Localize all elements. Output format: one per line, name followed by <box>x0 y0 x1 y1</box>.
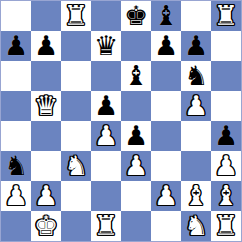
white-pawn: ♟ <box>34 181 58 211</box>
square-h8[interactable]: ♜ <box>211 1 241 31</box>
square-g3[interactable] <box>181 151 211 181</box>
square-a7[interactable]: ♟ <box>1 31 31 61</box>
square-a3[interactable]: ♞ <box>1 151 31 181</box>
square-c7[interactable] <box>61 31 91 61</box>
square-a6[interactable] <box>1 61 31 91</box>
square-f5[interactable] <box>151 91 181 121</box>
black-pawn: ♟ <box>184 31 208 61</box>
square-c5[interactable] <box>61 91 91 121</box>
white-queen: ♛ <box>34 91 58 121</box>
white-pawn: ♟ <box>124 151 148 181</box>
square-e8[interactable]: ♚ <box>121 1 151 31</box>
white-knight: ♞ <box>184 211 208 241</box>
square-f1[interactable] <box>151 211 181 241</box>
chess-board-frame: ♜♚♝♜♟♟♛♟♟♝♞♛♟♟♟♟♟♞♞♟♟♟♟♟♝♝♚♜♞♜ <box>0 0 242 242</box>
square-f2[interactable]: ♟ <box>151 181 181 211</box>
square-b1[interactable]: ♚ <box>31 211 61 241</box>
black-pawn: ♟ <box>154 31 178 61</box>
square-e7[interactable] <box>121 31 151 61</box>
white-rook: ♜ <box>214 1 238 31</box>
square-d6[interactable] <box>91 61 121 91</box>
white-rook: ♜ <box>94 211 118 241</box>
black-king: ♚ <box>124 1 148 31</box>
square-h5[interactable] <box>211 91 241 121</box>
square-a2[interactable]: ♟ <box>1 181 31 211</box>
square-d7[interactable]: ♛ <box>91 31 121 61</box>
white-rook: ♜ <box>64 1 88 31</box>
white-pawn: ♟ <box>94 121 118 151</box>
square-c2[interactable] <box>61 181 91 211</box>
square-g2[interactable]: ♝ <box>181 181 211 211</box>
white-pawn: ♟ <box>214 151 238 181</box>
white-king: ♚ <box>34 211 58 241</box>
square-e6[interactable]: ♝ <box>121 61 151 91</box>
square-e5[interactable] <box>121 91 151 121</box>
square-e2[interactable] <box>121 181 151 211</box>
black-pawn: ♟ <box>4 31 28 61</box>
square-f6[interactable] <box>151 61 181 91</box>
square-a4[interactable] <box>1 121 31 151</box>
square-c1[interactable] <box>61 211 91 241</box>
square-b4[interactable] <box>31 121 61 151</box>
chess-board: ♜♚♝♜♟♟♛♟♟♝♞♛♟♟♟♟♟♞♞♟♟♟♟♟♝♝♚♜♞♜ <box>1 1 241 241</box>
square-e4[interactable]: ♟ <box>121 121 151 151</box>
black-pawn: ♟ <box>214 121 238 151</box>
square-b3[interactable] <box>31 151 61 181</box>
square-a8[interactable] <box>1 1 31 31</box>
square-h1[interactable]: ♜ <box>211 211 241 241</box>
white-rook: ♜ <box>214 211 238 241</box>
square-h7[interactable] <box>211 31 241 61</box>
square-f7[interactable]: ♟ <box>151 31 181 61</box>
black-pawn: ♟ <box>34 31 58 61</box>
square-b8[interactable] <box>31 1 61 31</box>
white-bishop: ♝ <box>214 181 238 211</box>
black-pawn: ♟ <box>94 91 118 121</box>
white-pawn: ♟ <box>154 181 178 211</box>
square-c6[interactable] <box>61 61 91 91</box>
square-f8[interactable]: ♝ <box>151 1 181 31</box>
square-d3[interactable] <box>91 151 121 181</box>
square-c4[interactable] <box>61 121 91 151</box>
square-g5[interactable]: ♟ <box>181 91 211 121</box>
black-pawn: ♟ <box>124 121 148 151</box>
white-knight: ♞ <box>64 151 88 181</box>
square-h6[interactable] <box>211 61 241 91</box>
square-h4[interactable]: ♟ <box>211 121 241 151</box>
white-pawn: ♟ <box>4 181 28 211</box>
white-pawn: ♟ <box>184 91 208 121</box>
square-g7[interactable]: ♟ <box>181 31 211 61</box>
square-g6[interactable]: ♞ <box>181 61 211 91</box>
square-h2[interactable]: ♝ <box>211 181 241 211</box>
square-b2[interactable]: ♟ <box>31 181 61 211</box>
black-bishop: ♝ <box>154 1 178 31</box>
square-b6[interactable] <box>31 61 61 91</box>
square-a5[interactable] <box>1 91 31 121</box>
square-f4[interactable] <box>151 121 181 151</box>
square-b5[interactable]: ♛ <box>31 91 61 121</box>
square-e3[interactable]: ♟ <box>121 151 151 181</box>
square-d4[interactable]: ♟ <box>91 121 121 151</box>
square-f3[interactable] <box>151 151 181 181</box>
black-queen: ♛ <box>94 31 118 61</box>
square-d2[interactable] <box>91 181 121 211</box>
black-knight: ♞ <box>184 61 208 91</box>
square-c3[interactable]: ♞ <box>61 151 91 181</box>
square-g1[interactable]: ♞ <box>181 211 211 241</box>
square-e1[interactable] <box>121 211 151 241</box>
black-knight: ♞ <box>4 151 28 181</box>
white-bishop: ♝ <box>184 181 208 211</box>
square-g8[interactable] <box>181 1 211 31</box>
square-a1[interactable] <box>1 211 31 241</box>
black-bishop: ♝ <box>124 61 148 91</box>
square-b7[interactable]: ♟ <box>31 31 61 61</box>
square-c8[interactable]: ♜ <box>61 1 91 31</box>
square-d1[interactable]: ♜ <box>91 211 121 241</box>
square-g4[interactable] <box>181 121 211 151</box>
square-d8[interactable] <box>91 1 121 31</box>
square-h3[interactable]: ♟ <box>211 151 241 181</box>
square-d5[interactable]: ♟ <box>91 91 121 121</box>
